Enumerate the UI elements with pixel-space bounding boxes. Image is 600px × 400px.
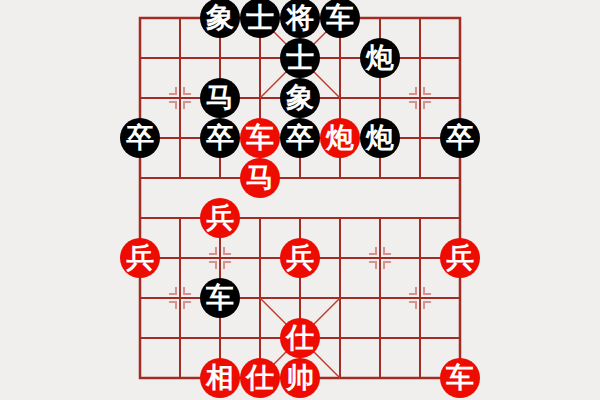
black-general[interactable]: 将 (280, 0, 320, 38)
black-advisor[interactable]: 士 (280, 38, 320, 78)
red-pawn[interactable]: 兵 (200, 198, 240, 238)
red-cannon[interactable]: 炮 (320, 118, 360, 158)
red-horse[interactable]: 马 (240, 158, 280, 198)
black-pawn[interactable]: 卒 (120, 118, 160, 158)
black-pawn[interactable]: 卒 (200, 118, 240, 158)
red-advisor[interactable]: 仕 (280, 318, 320, 358)
red-general[interactable]: 帅 (280, 358, 320, 398)
red-pawn[interactable]: 兵 (440, 238, 480, 278)
red-advisor[interactable]: 仕 (240, 358, 280, 398)
black-pawn[interactable]: 卒 (280, 118, 320, 158)
red-elephant[interactable]: 相 (200, 358, 240, 398)
xiangqi-board: 象士将车士炮马象卒卒车卒炮炮卒马兵兵兵兵车仕相仕帅车 (0, 0, 600, 400)
piece-layer: 象士将车士炮马象卒卒车卒炮炮卒马兵兵兵兵车仕相仕帅车 (120, 0, 480, 398)
black-elephant[interactable]: 象 (280, 78, 320, 118)
black-cannon[interactable]: 炮 (360, 38, 400, 78)
red-rook[interactable]: 车 (440, 358, 480, 398)
red-pawn[interactable]: 兵 (280, 238, 320, 278)
red-pawn[interactable]: 兵 (120, 238, 160, 278)
black-pawn[interactable]: 卒 (440, 118, 480, 158)
black-rook[interactable]: 车 (320, 0, 360, 38)
black-cannon[interactable]: 炮 (360, 118, 400, 158)
black-advisor[interactable]: 士 (240, 0, 280, 38)
red-rook[interactable]: 车 (240, 118, 280, 158)
black-horse[interactable]: 马 (200, 78, 240, 118)
black-elephant[interactable]: 象 (200, 0, 240, 38)
black-rook[interactable]: 车 (200, 278, 240, 318)
